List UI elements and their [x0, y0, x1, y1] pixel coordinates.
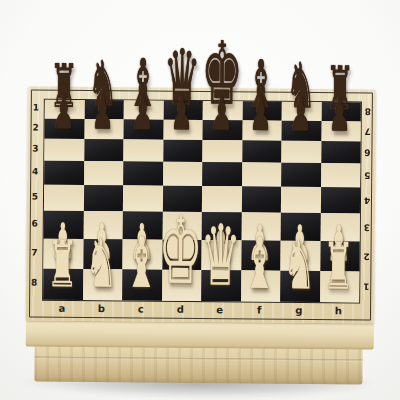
square-b2 — [84, 119, 124, 139]
square-a5 — [44, 185, 84, 211]
file-label-a: a — [42, 303, 82, 314]
square-h4 — [321, 163, 361, 187]
file-label-h: h — [318, 305, 358, 316]
square-d4 — [163, 162, 203, 186]
square-a6 — [44, 211, 84, 239]
rank-label-left-7: 7 — [27, 248, 41, 257]
box-wood-grain — [34, 346, 362, 385]
square-h6 — [320, 213, 360, 241]
board-grid — [42, 99, 362, 304]
square-a1 — [45, 100, 85, 119]
rank-label-left-4: 4 — [28, 167, 42, 176]
square-c7 — [122, 239, 162, 269]
rank-label-right-5: 5 — [360, 170, 374, 179]
file-label-c: c — [121, 303, 161, 314]
square-b1 — [84, 100, 124, 119]
square-g7 — [280, 241, 320, 271]
rank-labels-right: 8 7 6 5 4 3 2 1 — [359, 101, 375, 301]
square-f3 — [242, 140, 282, 162]
square-h8 — [320, 271, 360, 302]
square-g4 — [281, 163, 321, 187]
square-d8 — [162, 270, 202, 301]
file-label-f: f — [239, 304, 279, 315]
square-d5 — [162, 186, 202, 212]
square-h7 — [320, 241, 360, 271]
file-label-g: g — [279, 305, 319, 316]
rank-label-right-2: 2 — [359, 251, 373, 260]
square-f7 — [241, 240, 281, 270]
square-e2 — [203, 120, 243, 140]
chess-board: a b c d e f g h 1 2 3 4 5 6 7 8 8 — [26, 86, 376, 323]
rank-label-left-1: 1 — [29, 104, 43, 113]
square-b4 — [84, 161, 124, 185]
file-label-b: b — [82, 303, 122, 314]
rank-label-right-8: 8 — [361, 106, 375, 115]
square-g5 — [281, 187, 321, 213]
rank-label-left-5: 5 — [28, 192, 42, 201]
square-b6 — [83, 211, 123, 239]
square-g3 — [281, 141, 321, 163]
square-a4 — [44, 161, 84, 185]
square-f4 — [242, 162, 282, 186]
square-f6 — [241, 212, 281, 240]
square-c6 — [123, 211, 163, 239]
square-g6 — [281, 213, 321, 241]
rank-label-left-3: 3 — [28, 144, 42, 153]
square-h2 — [321, 121, 361, 141]
rank-label-right-3: 3 — [360, 222, 374, 231]
square-c5 — [123, 185, 163, 211]
square-c2 — [124, 119, 164, 139]
square-f5 — [241, 186, 281, 212]
square-b3 — [84, 139, 124, 161]
square-g8 — [280, 271, 320, 302]
square-c4 — [123, 161, 163, 185]
square-f8 — [241, 270, 281, 301]
square-d3 — [163, 140, 203, 162]
square-e3 — [202, 140, 242, 162]
rank-label-right-7: 7 — [361, 126, 375, 135]
square-f2 — [242, 120, 282, 140]
square-d7 — [162, 240, 202, 270]
rank-label-left-8: 8 — [27, 278, 41, 287]
square-e6 — [202, 212, 242, 240]
square-e4 — [202, 162, 242, 186]
square-c8 — [122, 269, 162, 300]
rank-label-left-6: 6 — [28, 219, 42, 228]
square-a7 — [43, 239, 83, 269]
square-e8 — [201, 270, 241, 301]
square-d2 — [163, 120, 203, 140]
square-e5 — [202, 186, 242, 212]
square-h5 — [320, 187, 360, 213]
rank-labels-left: 1 2 3 4 5 6 7 8 — [27, 99, 43, 299]
square-a3 — [44, 139, 84, 161]
rank-label-right-4: 4 — [360, 195, 374, 204]
square-b5 — [83, 185, 123, 211]
square-d1 — [163, 101, 203, 120]
rank-label-left-2: 2 — [29, 123, 43, 132]
rank-label-right-6: 6 — [360, 147, 374, 156]
square-e1 — [203, 101, 243, 120]
square-c3 — [123, 139, 163, 161]
square-c1 — [124, 100, 164, 119]
file-label-e: e — [200, 304, 240, 315]
square-h1 — [321, 102, 361, 121]
wooden-box-front — [34, 346, 362, 385]
square-b8 — [83, 269, 123, 300]
file-labels: a b c d e f g h — [42, 300, 358, 320]
square-g1 — [282, 102, 322, 121]
square-d6 — [162, 212, 202, 240]
file-label-d: d — [160, 304, 200, 315]
square-f1 — [242, 101, 282, 120]
photo-background: a b c d e f g h 1 2 3 4 5 6 7 8 8 — [0, 0, 400, 400]
square-g2 — [282, 121, 322, 141]
square-a8 — [43, 269, 83, 300]
square-e7 — [201, 240, 241, 270]
square-h3 — [321, 141, 361, 163]
rank-label-right-1: 1 — [359, 281, 373, 290]
chess-set: a b c d e f g h 1 2 3 4 5 6 7 8 8 — [0, 0, 400, 400]
board-side-edge — [26, 318, 374, 349]
square-b7 — [83, 239, 123, 269]
square-a2 — [45, 119, 85, 139]
